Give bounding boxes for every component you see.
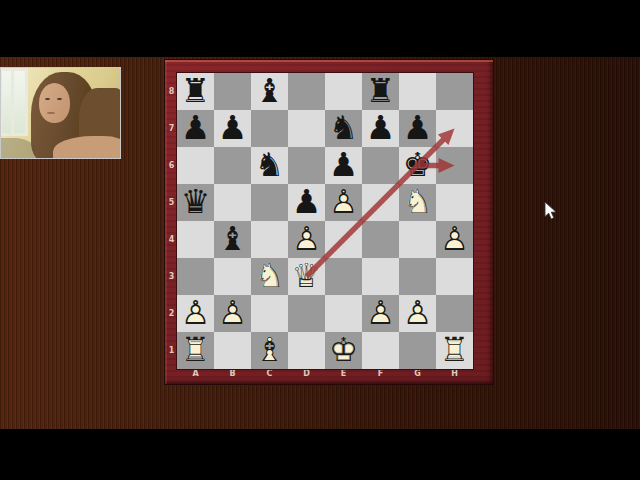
square-b7[interactable]: ♟	[214, 110, 251, 147]
square-g3[interactable]	[399, 258, 436, 295]
square-g5[interactable]: ♞♘	[399, 184, 436, 221]
square-d4[interactable]: ♟♙	[288, 221, 325, 258]
square-c5[interactable]	[251, 184, 288, 221]
square-b6[interactable]	[214, 147, 251, 184]
rank-label-1: 1	[167, 332, 176, 369]
square-a4[interactable]	[177, 221, 214, 258]
white-king-outline: ♔	[325, 332, 362, 369]
person-mouth	[47, 112, 55, 114]
square-f3[interactable]	[362, 258, 399, 295]
file-label-f: F	[362, 369, 399, 378]
square-c8[interactable]: ♝	[251, 73, 288, 110]
person-eye	[45, 98, 50, 100]
square-f4[interactable]	[362, 221, 399, 258]
square-c7[interactable]	[251, 110, 288, 147]
square-b8[interactable]	[214, 73, 251, 110]
black-rook[interactable]: ♜	[362, 73, 399, 110]
square-a2[interactable]: ♟♙	[177, 295, 214, 332]
white-rook-outline: ♖	[177, 332, 214, 369]
white-pawn-outline: ♙	[325, 184, 362, 221]
streamer-webcam	[0, 67, 121, 159]
file-label-c: C	[251, 369, 288, 378]
file-labels: ABCDEFGH	[177, 369, 473, 382]
black-knight[interactable]: ♞	[251, 147, 288, 184]
white-rook-outline: ♖	[436, 332, 473, 369]
square-a1[interactable]: ♜♖	[177, 332, 214, 369]
square-h5[interactable]	[436, 184, 473, 221]
white-knight-outline: ♘	[399, 184, 436, 221]
square-h7[interactable]	[436, 110, 473, 147]
square-f1[interactable]	[362, 332, 399, 369]
square-a5[interactable]: ♛	[177, 184, 214, 221]
square-e2[interactable]	[325, 295, 362, 332]
rank-label-3: 3	[167, 258, 176, 295]
square-f8[interactable]: ♜	[362, 73, 399, 110]
square-c2[interactable]	[251, 295, 288, 332]
black-bishop[interactable]: ♝	[214, 221, 251, 258]
square-c6[interactable]: ♞	[251, 147, 288, 184]
square-e5[interactable]: ♟♙	[325, 184, 362, 221]
square-a7[interactable]: ♟	[177, 110, 214, 147]
chess-board-frame: 87654321 ABCDEFGH ♜♝♜♟♟♞♟♟♞♟♚♛♟♟♙♞♘♝♟♙♟♙…	[165, 60, 493, 384]
square-d1[interactable]	[288, 332, 325, 369]
black-bishop[interactable]: ♝	[251, 73, 288, 110]
square-a3[interactable]	[177, 258, 214, 295]
rank-label-4: 4	[167, 221, 176, 258]
black-pawn[interactable]: ♟	[288, 184, 325, 221]
black-pawn[interactable]: ♟	[399, 110, 436, 147]
square-b5[interactable]	[214, 184, 251, 221]
square-d2[interactable]	[288, 295, 325, 332]
square-f7[interactable]: ♟	[362, 110, 399, 147]
square-d7[interactable]	[288, 110, 325, 147]
square-g4[interactable]	[399, 221, 436, 258]
file-label-b: B	[214, 369, 251, 378]
square-c4[interactable]	[251, 221, 288, 258]
white-pawn-outline: ♙	[436, 221, 473, 258]
black-rook[interactable]: ♜	[177, 73, 214, 110]
square-h4[interactable]: ♟♙	[436, 221, 473, 258]
square-f2[interactable]: ♟♙	[362, 295, 399, 332]
square-e1[interactable]: ♚♔	[325, 332, 362, 369]
square-h6[interactable]	[436, 147, 473, 184]
square-d8[interactable]	[288, 73, 325, 110]
black-pawn[interactable]: ♟	[362, 110, 399, 147]
square-b2[interactable]: ♟♙	[214, 295, 251, 332]
square-h3[interactable]	[436, 258, 473, 295]
square-b3[interactable]	[214, 258, 251, 295]
file-label-h: H	[436, 369, 473, 378]
square-h1[interactable]: ♜♖	[436, 332, 473, 369]
square-c1[interactable]: ♝♗	[251, 332, 288, 369]
square-b1[interactable]	[214, 332, 251, 369]
rank-label-5: 5	[167, 184, 176, 221]
square-d3[interactable]: ♛♕	[288, 258, 325, 295]
white-pawn-outline: ♙	[177, 295, 214, 332]
square-h8[interactable]	[436, 73, 473, 110]
bottom-letterbox	[0, 429, 640, 480]
board-squares: ♜♝♜♟♟♞♟♟♞♟♚♛♟♟♙♞♘♝♟♙♟♙♞♘♛♕♟♙♟♙♟♙♟♙♜♖♝♗♚♔…	[177, 73, 473, 369]
black-pawn[interactable]: ♟	[177, 110, 214, 147]
square-c3[interactable]: ♞♘	[251, 258, 288, 295]
rank-label-2: 2	[167, 295, 176, 332]
square-g6[interactable]: ♚	[399, 147, 436, 184]
square-e3[interactable]	[325, 258, 362, 295]
white-pawn-outline: ♙	[362, 295, 399, 332]
mouse-cursor	[544, 201, 557, 220]
black-queen[interactable]: ♛	[177, 184, 214, 221]
black-pawn[interactable]: ♟	[325, 147, 362, 184]
rank-labels: 87654321	[167, 73, 176, 369]
square-h2[interactable]	[436, 295, 473, 332]
square-e8[interactable]	[325, 73, 362, 110]
rank-label-8: 8	[167, 73, 176, 110]
wood-background: 87654321 ABCDEFGH ♜♝♜♟♟♞♟♟♞♟♚♛♟♟♙♞♘♝♟♙♟♙…	[0, 57, 640, 429]
square-e4[interactable]	[325, 221, 362, 258]
webcam-shadow	[1, 138, 35, 158]
person-eye	[57, 98, 62, 100]
square-g2[interactable]: ♟♙	[399, 295, 436, 332]
black-pawn[interactable]: ♟	[214, 110, 251, 147]
white-pawn-outline: ♙	[399, 295, 436, 332]
top-letterbox	[0, 0, 640, 57]
square-e7[interactable]: ♞	[325, 110, 362, 147]
white-bishop-outline: ♗	[251, 332, 288, 369]
square-g8[interactable]	[399, 73, 436, 110]
person-face	[39, 83, 70, 123]
white-pawn-outline: ♙	[214, 295, 251, 332]
black-knight[interactable]: ♞	[325, 110, 362, 147]
video-frame: 87654321 ABCDEFGH ♜♝♜♟♟♞♟♟♞♟♚♛♟♟♙♞♘♝♟♙♟♙…	[0, 0, 640, 480]
square-g1[interactable]	[399, 332, 436, 369]
white-queen-outline: ♕	[288, 258, 325, 295]
rank-label-7: 7	[167, 110, 176, 147]
file-label-a: A	[177, 369, 214, 378]
white-knight-outline: ♘	[251, 258, 288, 295]
square-b4[interactable]: ♝	[214, 221, 251, 258]
square-g7[interactable]: ♟	[399, 110, 436, 147]
black-king[interactable]: ♚	[399, 147, 436, 184]
square-a6[interactable]	[177, 147, 214, 184]
white-pawn-outline: ♙	[288, 221, 325, 258]
square-a8[interactable]: ♜	[177, 73, 214, 110]
file-label-d: D	[288, 369, 325, 378]
square-f6[interactable]	[362, 147, 399, 184]
square-f5[interactable]	[362, 184, 399, 221]
square-e6[interactable]: ♟	[325, 147, 362, 184]
file-label-e: E	[325, 369, 362, 378]
rank-label-6: 6	[167, 147, 176, 184]
square-d6[interactable]	[288, 147, 325, 184]
window	[1, 68, 28, 136]
square-d5[interactable]: ♟	[288, 184, 325, 221]
file-label-g: G	[399, 369, 436, 378]
